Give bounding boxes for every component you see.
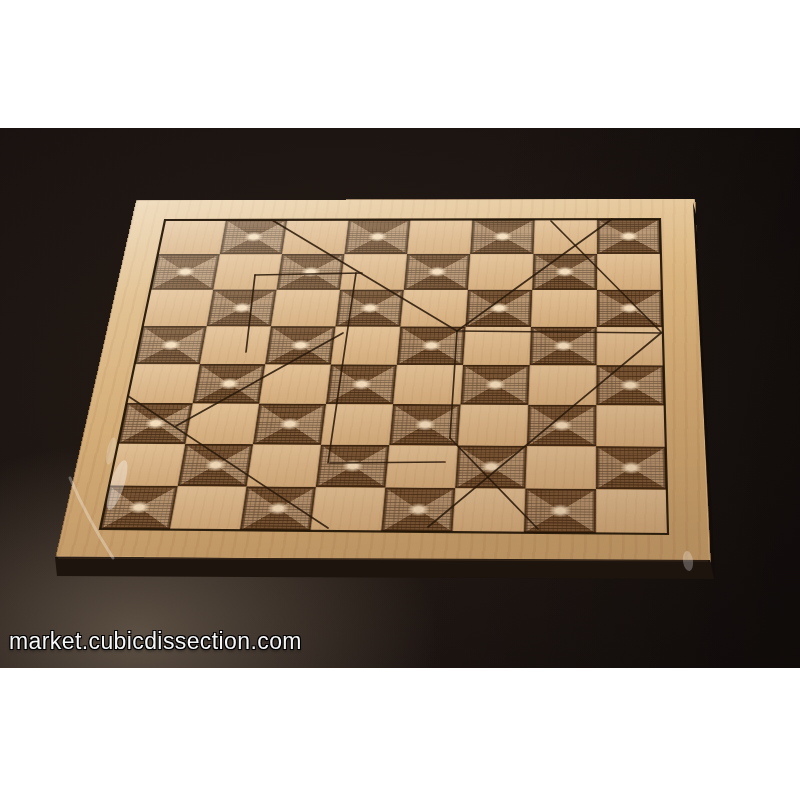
watermark-text: market.cubicdissection.com (9, 628, 302, 655)
white-margin-top (0, 0, 800, 128)
white-margin-bottom (0, 668, 800, 800)
shrinkwrap-glare-streak (70, 478, 113, 558)
product-photo: market.cubicdissection.com (0, 128, 800, 668)
cut-line-3 (457, 331, 662, 333)
cut-line-4 (450, 331, 457, 438)
board-right-edge (693, 202, 715, 578)
cut-line-10 (328, 273, 356, 463)
cut-line-7 (128, 396, 328, 528)
cut-line-9 (246, 275, 255, 352)
shrinkwrap-glare-spot (102, 458, 131, 512)
cut-line-1 (272, 220, 457, 331)
cut-line-2 (457, 219, 612, 331)
cut-line-11 (330, 462, 445, 463)
cut-line-5 (428, 333, 661, 527)
photo-overlay (0, 128, 800, 668)
cut-line-8 (255, 273, 362, 275)
cut-line-13 (551, 221, 661, 332)
cut-line-12 (450, 438, 538, 529)
cut-line-6 (176, 333, 343, 426)
board-outline (100, 219, 668, 534)
